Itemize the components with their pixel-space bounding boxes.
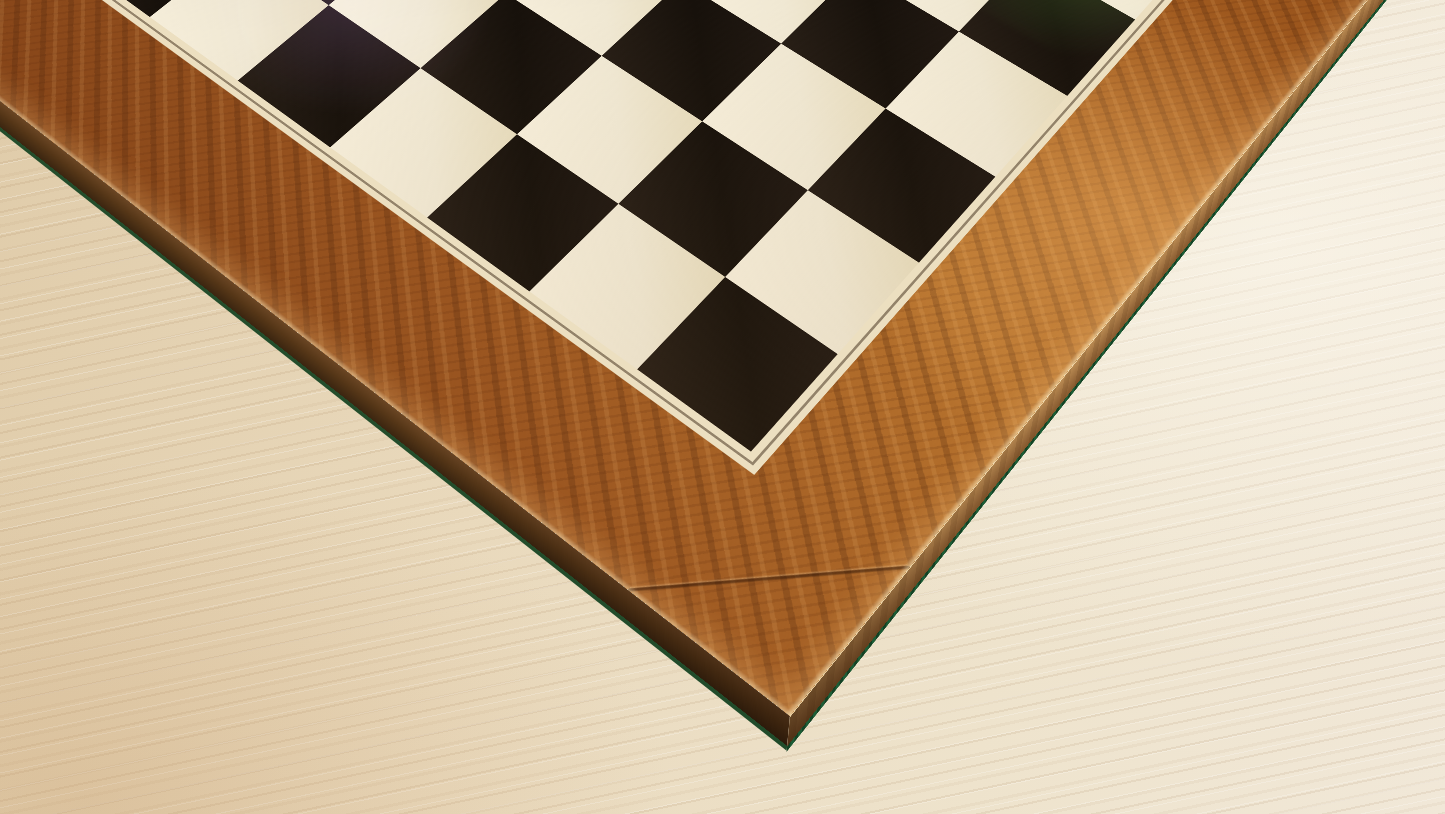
- inlay-pinstripe: [0, 0, 1329, 466]
- miter-joint: [628, 452, 910, 716]
- maple-inlay-inner: [0, 0, 1326, 462]
- photo-scene: [0, 0, 1445, 814]
- maple-inlay-band: [0, 0, 1337, 475]
- playing-grid: [0, 0, 1317, 452]
- chess-board: [0, 0, 1445, 716]
